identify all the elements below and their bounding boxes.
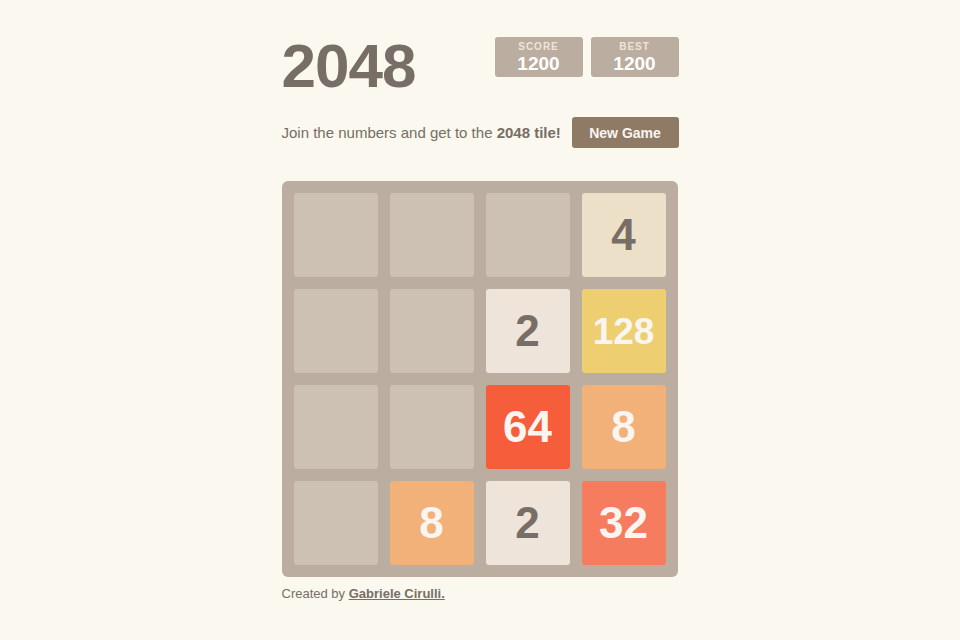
header: 2048 SCORE 1200 BEST 1200	[282, 37, 679, 99]
tile-128: 128	[582, 289, 666, 373]
tile-8: 8	[390, 481, 474, 565]
page-title: 2048	[282, 37, 416, 95]
intro-text: Join the numbers and get to the 2048 til…	[282, 117, 561, 148]
grid-cell-empty	[294, 385, 378, 469]
author-link[interactable]: Gabriele Cirulli.	[349, 586, 445, 601]
grid-cell-empty	[390, 193, 474, 277]
best-label: BEST	[605, 41, 665, 53]
tile-64: 64	[486, 385, 570, 469]
tile-2: 2	[486, 289, 570, 373]
grid-cell-empty	[294, 193, 378, 277]
intro-row: Join the numbers and get to the 2048 til…	[282, 117, 679, 148]
tile-4: 4	[582, 193, 666, 277]
grid-cell-empty	[390, 385, 474, 469]
grid-cell-empty	[390, 289, 474, 373]
new-game-button[interactable]: New Game	[572, 117, 679, 148]
scores-container: SCORE 1200 BEST 1200	[495, 37, 679, 77]
game-board: 421286488232	[282, 181, 678, 577]
tile-32: 32	[582, 481, 666, 565]
footer-created-by: Created by	[282, 586, 349, 601]
score-value: 1200	[509, 53, 569, 74]
tile-8: 8	[582, 385, 666, 469]
game-container: 2048 SCORE 1200 BEST 1200 Join the numbe…	[282, 0, 679, 601]
footer: Created by Gabriele Cirulli.	[282, 586, 679, 601]
grid-cell-empty	[294, 289, 378, 373]
intro-text-normal: Join the numbers and get to the	[282, 124, 497, 141]
grid-cell-empty	[294, 481, 378, 565]
score-box: SCORE 1200	[495, 37, 583, 77]
tile-2: 2	[486, 481, 570, 565]
grid-cell-empty	[486, 193, 570, 277]
best-box: BEST 1200	[591, 37, 679, 77]
intro-text-bold: 2048 tile!	[497, 124, 561, 141]
score-label: SCORE	[509, 41, 569, 53]
best-value: 1200	[605, 53, 665, 74]
